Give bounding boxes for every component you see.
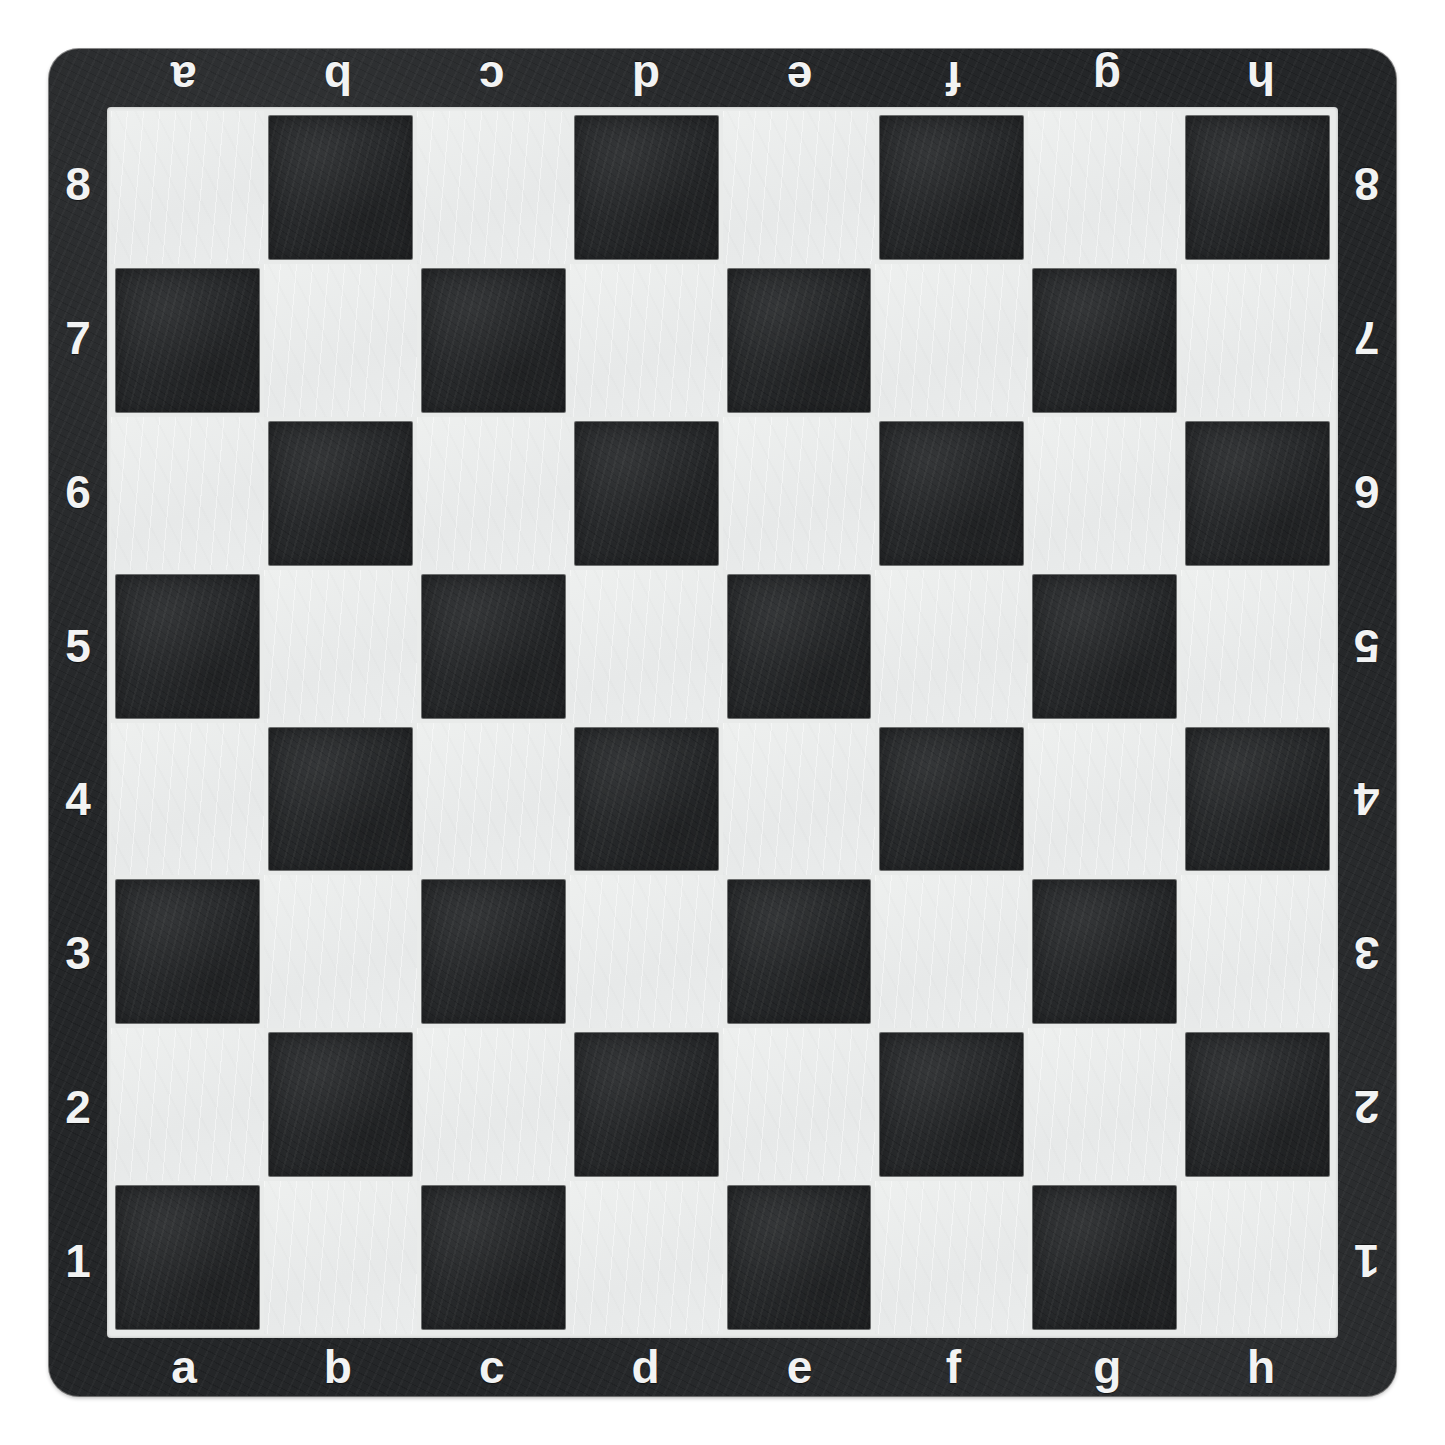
rank-label-left-6: 6 [65, 469, 91, 515]
square-f1[interactable] [875, 1181, 1028, 1334]
square-f3[interactable] [875, 875, 1028, 1028]
square-f4[interactable] [875, 723, 1028, 876]
file-label-top-g: g [1093, 55, 1121, 101]
square-e7[interactable] [723, 264, 876, 417]
rank-labels-right: 87654321 [1338, 107, 1396, 1338]
rank-label-right-4: 4 [1354, 776, 1380, 822]
file-label-bottom-d: d [632, 1344, 660, 1390]
square-h7[interactable] [1181, 264, 1334, 417]
square-a1[interactable] [111, 1181, 264, 1334]
rank-labels-left: 87654321 [49, 107, 107, 1338]
square-c4[interactable] [417, 723, 570, 876]
square-d3[interactable] [570, 875, 723, 1028]
rank-label-left-2: 2 [65, 1084, 91, 1130]
file-label-bottom-g: g [1093, 1344, 1121, 1390]
file-label-top-h: h [1247, 55, 1275, 101]
square-b5[interactable] [264, 570, 417, 723]
square-f8[interactable] [875, 111, 1028, 264]
square-c5[interactable] [417, 570, 570, 723]
square-h4[interactable] [1181, 723, 1334, 876]
file-label-bottom-h: h [1247, 1344, 1275, 1390]
square-f6[interactable] [875, 417, 1028, 570]
rank-label-right-1: 1 [1354, 1238, 1380, 1284]
rank-label-left-3: 3 [65, 930, 91, 976]
square-d6[interactable] [570, 417, 723, 570]
file-labels-bottom: abcdefgh [107, 1338, 1338, 1396]
square-b4[interactable] [264, 723, 417, 876]
square-a4[interactable] [111, 723, 264, 876]
square-a7[interactable] [111, 264, 264, 417]
chess-board: abcdefgh abcdefgh 87654321 87654321 [49, 49, 1396, 1396]
file-label-bottom-a: a [171, 1344, 197, 1390]
square-b6[interactable] [264, 417, 417, 570]
square-f5[interactable] [875, 570, 1028, 723]
square-g5[interactable] [1028, 570, 1181, 723]
file-label-top-d: d [632, 55, 660, 101]
rank-label-right-5: 5 [1354, 623, 1380, 669]
rank-label-left-8: 8 [65, 161, 91, 207]
square-e6[interactable] [723, 417, 876, 570]
square-h8[interactable] [1181, 111, 1334, 264]
rank-label-right-2: 2 [1354, 1084, 1380, 1130]
rank-label-right-7: 7 [1354, 315, 1380, 361]
rank-label-left-4: 4 [65, 776, 91, 822]
file-label-bottom-c: c [479, 1344, 505, 1390]
square-g3[interactable] [1028, 875, 1181, 1028]
file-label-bottom-f: f [946, 1344, 961, 1390]
rank-label-right-3: 3 [1354, 930, 1380, 976]
square-a5[interactable] [111, 570, 264, 723]
square-f2[interactable] [875, 1028, 1028, 1181]
square-d4[interactable] [570, 723, 723, 876]
square-c7[interactable] [417, 264, 570, 417]
square-g2[interactable] [1028, 1028, 1181, 1181]
square-g1[interactable] [1028, 1181, 1181, 1334]
file-label-top-c: c [479, 55, 505, 101]
square-h5[interactable] [1181, 570, 1334, 723]
square-b1[interactable] [264, 1181, 417, 1334]
rank-label-left-5: 5 [65, 623, 91, 669]
file-label-top-f: f [946, 55, 961, 101]
square-b2[interactable] [264, 1028, 417, 1181]
square-e8[interactable] [723, 111, 876, 264]
square-e1[interactable] [723, 1181, 876, 1334]
square-e3[interactable] [723, 875, 876, 1028]
file-label-top-a: a [171, 55, 197, 101]
square-a2[interactable] [111, 1028, 264, 1181]
file-labels-top: abcdefgh [107, 49, 1338, 107]
rank-label-right-8: 8 [1354, 161, 1380, 207]
square-g4[interactable] [1028, 723, 1181, 876]
square-d8[interactable] [570, 111, 723, 264]
file-label-bottom-e: e [787, 1344, 813, 1390]
file-label-top-b: b [324, 55, 352, 101]
square-c6[interactable] [417, 417, 570, 570]
square-e5[interactable] [723, 570, 876, 723]
square-b3[interactable] [264, 875, 417, 1028]
square-f7[interactable] [875, 264, 1028, 417]
board-grid [111, 111, 1334, 1334]
square-g6[interactable] [1028, 417, 1181, 570]
square-a6[interactable] [111, 417, 264, 570]
square-d7[interactable] [570, 264, 723, 417]
square-c1[interactable] [417, 1181, 570, 1334]
rank-label-left-7: 7 [65, 315, 91, 361]
square-c2[interactable] [417, 1028, 570, 1181]
square-d2[interactable] [570, 1028, 723, 1181]
square-h6[interactable] [1181, 417, 1334, 570]
square-h2[interactable] [1181, 1028, 1334, 1181]
square-c8[interactable] [417, 111, 570, 264]
square-h1[interactable] [1181, 1181, 1334, 1334]
square-d5[interactable] [570, 570, 723, 723]
square-c3[interactable] [417, 875, 570, 1028]
board-playing-area [107, 107, 1338, 1338]
rank-label-left-1: 1 [65, 1238, 91, 1284]
square-b8[interactable] [264, 111, 417, 264]
page: abcdefgh abcdefgh 87654321 87654321 [0, 0, 1445, 1445]
square-g7[interactable] [1028, 264, 1181, 417]
square-d1[interactable] [570, 1181, 723, 1334]
square-a8[interactable] [111, 111, 264, 264]
square-b7[interactable] [264, 264, 417, 417]
square-a3[interactable] [111, 875, 264, 1028]
rank-label-right-6: 6 [1354, 469, 1380, 515]
file-label-bottom-b: b [324, 1344, 352, 1390]
square-e2[interactable] [723, 1028, 876, 1181]
square-e4[interactable] [723, 723, 876, 876]
square-g8[interactable] [1028, 111, 1181, 264]
file-label-top-e: e [787, 55, 813, 101]
square-h3[interactable] [1181, 875, 1334, 1028]
